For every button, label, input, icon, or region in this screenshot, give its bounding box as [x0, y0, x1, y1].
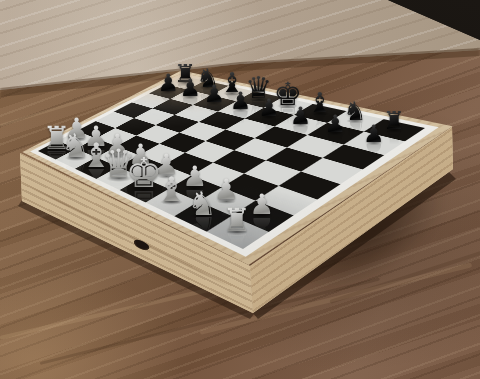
chess-photo-scene: ♜♞♟♝♟♛♟♚♟♝♟♞♟♜♟♟♟♟♜♟♞♟♝♟♛♟♚♟♝♟♞♜ ♜♞♟♝♟♛♟…: [0, 0, 480, 379]
chess-piece-black-pawn[interactable]: ♟: [290, 104, 312, 128]
chess-piece-black-pawn[interactable]: ♟: [157, 70, 179, 94]
chess-piece-black-pawn[interactable]: ♟: [230, 89, 252, 113]
chess-piece-black-rook[interactable]: ♜: [383, 108, 405, 133]
chess-piece-silver-bishop[interactable]: ♝: [156, 172, 186, 206]
chess-piece-black-pawn[interactable]: ♟: [180, 76, 202, 100]
piece-glyphs: ♜♞♟♝♟♛♟♚♟♝♟♞♟♜♟♟♟♟♜♟♞♟♝♟♛♟♚♟♝♟♞♜: [0, 0, 480, 379]
chess-piece-black-pawn[interactable]: ♟: [204, 82, 226, 106]
chess-piece-black-pawn[interactable]: ♟: [324, 112, 346, 136]
chess-piece-silver-pawn[interactable]: ♟: [249, 191, 274, 219]
pieces-layer: ♜♞♟♝♟♛♟♚♟♝♟♞♟♜♟♟♟♟♜♟♞♟♝♟♛♟♚♟♝♟♞♜ ♜♞♟♝♟♛♟…: [0, 0, 480, 379]
chess-piece-black-pawn[interactable]: ♟: [258, 96, 280, 120]
chess-piece-black-pawn[interactable]: ♟: [363, 122, 385, 146]
chess-piece-silver-rook[interactable]: ♜: [223, 204, 252, 236]
chess-piece-silver-knight[interactable]: ♞: [188, 187, 218, 220]
